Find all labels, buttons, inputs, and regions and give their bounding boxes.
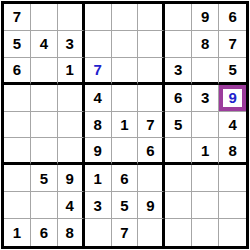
cell-r1c9[interactable]: 6 [219,4,246,31]
cell-r5c9[interactable]: 4 [219,112,246,139]
cell-r3c9[interactable]: 5 [219,58,246,85]
cell-r6c5[interactable] [112,138,139,165]
cell-r4c9[interactable]: 9 [219,85,246,112]
cell-r4c6[interactable] [138,85,165,112]
cell-r1c3[interactable] [58,4,85,31]
cell-r4c2[interactable] [31,85,58,112]
cell-r7c2[interactable]: 5 [31,165,58,192]
cell-r6c1[interactable] [4,138,31,165]
cell-r6c3[interactable] [58,138,85,165]
cell-r3c8[interactable] [192,58,219,85]
cell-r2c3[interactable]: 3 [58,31,85,58]
cell-r5c1[interactable] [4,112,31,139]
cell-r9c7[interactable] [165,219,192,246]
cell-r5c2[interactable] [31,112,58,139]
cell-r9c6[interactable] [138,219,165,246]
cell-r1c1[interactable]: 7 [4,4,31,31]
cell-r2c5[interactable] [112,31,139,58]
cell-r3c3[interactable]: 1 [58,58,85,85]
cell-r7c7[interactable] [165,165,192,192]
cell-r3c2[interactable] [31,58,58,85]
cell-r3c6[interactable] [138,58,165,85]
cell-r7c1[interactable] [4,165,31,192]
cell-r1c6[interactable] [138,4,165,31]
cell-r2c1[interactable]: 5 [4,31,31,58]
cell-r5c8[interactable] [192,112,219,139]
cell-r6c7[interactable] [165,138,192,165]
cell-r8c8[interactable] [192,192,219,219]
cell-r7c3[interactable]: 9 [58,165,85,192]
cell-r6c8[interactable]: 1 [192,138,219,165]
cell-r4c1[interactable] [4,85,31,112]
cell-r1c2[interactable] [31,4,58,31]
cell-r7c9[interactable] [219,165,246,192]
cell-r6c2[interactable] [31,138,58,165]
cell-r1c7[interactable] [165,4,192,31]
cell-r7c5[interactable]: 6 [112,165,139,192]
cell-r4c5[interactable] [112,85,139,112]
cell-r4c8[interactable]: 3 [192,85,219,112]
cell-r8c6[interactable]: 9 [138,192,165,219]
cell-r7c4[interactable]: 1 [85,165,112,192]
cell-r5c5[interactable]: 1 [112,112,139,139]
cell-r1c8[interactable]: 9 [192,4,219,31]
cell-r3c5[interactable] [112,58,139,85]
cell-r3c1[interactable]: 6 [4,58,31,85]
cell-r5c4[interactable]: 8 [85,112,112,139]
cell-r1c5[interactable] [112,4,139,31]
cell-r9c2[interactable]: 6 [31,219,58,246]
cell-r8c1[interactable] [4,192,31,219]
cell-r2c6[interactable] [138,31,165,58]
cell-r6c9[interactable]: 8 [219,138,246,165]
cell-r9c4[interactable] [85,219,112,246]
cell-r4c7[interactable]: 6 [165,85,192,112]
cell-r6c6[interactable]: 6 [138,138,165,165]
cell-r3c7[interactable]: 3 [165,58,192,85]
cell-r2c8[interactable]: 8 [192,31,219,58]
cell-r5c3[interactable] [58,112,85,139]
cell-r9c1[interactable]: 1 [4,219,31,246]
cell-r1c4[interactable] [85,4,112,31]
cell-r4c4[interactable]: 4 [85,85,112,112]
cell-r3c4[interactable]: 7 [85,58,112,85]
cell-r2c2[interactable]: 4 [31,31,58,58]
cell-r7c6[interactable] [138,165,165,192]
cell-r9c5[interactable]: 7 [112,219,139,246]
cell-r2c4[interactable] [85,31,112,58]
cell-r9c3[interactable]: 8 [58,219,85,246]
cell-r4c3[interactable] [58,85,85,112]
cell-r8c3[interactable]: 4 [58,192,85,219]
cell-r9c9[interactable] [219,219,246,246]
cell-r7c8[interactable] [192,165,219,192]
cell-r5c6[interactable]: 7 [138,112,165,139]
cell-r6c4[interactable]: 9 [85,138,112,165]
sudoku-board: 79654387617354639817549618591643591687 [1,1,249,249]
cell-r9c8[interactable] [192,219,219,246]
cell-r8c9[interactable] [219,192,246,219]
cell-r5c7[interactable]: 5 [165,112,192,139]
cell-r8c7[interactable] [165,192,192,219]
cell-r8c4[interactable]: 3 [85,192,112,219]
cell-r8c5[interactable]: 5 [112,192,139,219]
cell-r8c2[interactable] [31,192,58,219]
cell-r2c9[interactable]: 7 [219,31,246,58]
cell-r2c7[interactable] [165,31,192,58]
